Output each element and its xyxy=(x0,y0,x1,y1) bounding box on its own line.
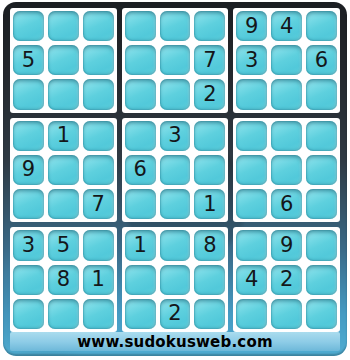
footer-url[interactable]: www.sudokusweb.com xyxy=(77,333,272,351)
cell-r4c5[interactable]: 3 xyxy=(160,121,191,151)
cell-r7c1[interactable]: 3 xyxy=(13,230,44,260)
cell-r1c2[interactable] xyxy=(48,11,79,41)
cell-value: 7 xyxy=(203,50,216,71)
box-r2c1: 197 xyxy=(10,118,117,223)
cell-r7c6[interactable]: 8 xyxy=(194,230,225,260)
cell-r6c6[interactable]: 1 xyxy=(194,189,225,219)
cell-r6c7[interactable] xyxy=(236,189,267,219)
cell-r6c4[interactable] xyxy=(125,189,156,219)
cell-r4c1[interactable] xyxy=(13,121,44,151)
cell-r2c2[interactable] xyxy=(48,45,79,75)
cell-r7c2[interactable]: 5 xyxy=(48,230,79,260)
cell-value: 7 xyxy=(92,194,105,215)
cell-value: 2 xyxy=(168,303,181,324)
cell-r5c7[interactable] xyxy=(236,155,267,185)
cell-r3c7[interactable] xyxy=(236,79,267,109)
box-r2c3: 6 xyxy=(233,118,340,223)
cell-value: 8 xyxy=(57,269,70,290)
footer-bar: www.sudokusweb.com xyxy=(10,332,340,351)
sudoku-board: 572943619736163581182942 xyxy=(10,8,340,332)
cell-value: 9 xyxy=(245,16,258,37)
box-r3c2: 182 xyxy=(122,227,229,332)
cell-r9c7[interactable] xyxy=(236,299,267,329)
cell-r3c6[interactable]: 2 xyxy=(194,79,225,109)
cell-r1c4[interactable] xyxy=(125,11,156,41)
cell-value: 1 xyxy=(133,235,146,256)
cell-value: 3 xyxy=(245,50,258,71)
sudoku-frame: 572943619736163581182942 www.sudokusweb.… xyxy=(3,2,347,356)
cell-r9c9[interactable] xyxy=(306,299,337,329)
cell-r8c3[interactable]: 1 xyxy=(83,265,114,295)
cell-r1c7[interactable]: 9 xyxy=(236,11,267,41)
cell-r5c1[interactable]: 9 xyxy=(13,155,44,185)
cell-r6c5[interactable] xyxy=(160,189,191,219)
cell-r2c1[interactable]: 5 xyxy=(13,45,44,75)
cell-r5c8[interactable] xyxy=(271,155,302,185)
box-r1c1: 5 xyxy=(10,8,117,113)
cell-r3c9[interactable] xyxy=(306,79,337,109)
cell-r1c9[interactable] xyxy=(306,11,337,41)
box-r3c1: 3581 xyxy=(10,227,117,332)
cell-r4c2[interactable]: 1 xyxy=(48,121,79,151)
cell-r4c9[interactable] xyxy=(306,121,337,151)
cell-r4c4[interactable] xyxy=(125,121,156,151)
cell-r8c9[interactable] xyxy=(306,265,337,295)
cell-r1c5[interactable] xyxy=(160,11,191,41)
cell-r3c2[interactable] xyxy=(48,79,79,109)
cell-r9c8[interactable] xyxy=(271,299,302,329)
cell-r9c6[interactable] xyxy=(194,299,225,329)
cell-r9c1[interactable] xyxy=(13,299,44,329)
cell-r6c3[interactable]: 7 xyxy=(83,189,114,219)
cell-r5c6[interactable] xyxy=(194,155,225,185)
cell-r6c9[interactable] xyxy=(306,189,337,219)
cell-r3c3[interactable] xyxy=(83,79,114,109)
cell-r8c1[interactable] xyxy=(13,265,44,295)
cell-r2c5[interactable] xyxy=(160,45,191,75)
cell-r2c8[interactable] xyxy=(271,45,302,75)
cell-r5c9[interactable] xyxy=(306,155,337,185)
cell-r6c2[interactable] xyxy=(48,189,79,219)
cell-r7c9[interactable] xyxy=(306,230,337,260)
cell-r2c7[interactable]: 3 xyxy=(236,45,267,75)
cell-r7c3[interactable] xyxy=(83,230,114,260)
cell-r1c8[interactable]: 4 xyxy=(271,11,302,41)
cell-r4c6[interactable] xyxy=(194,121,225,151)
cell-value: 2 xyxy=(280,269,293,290)
cell-r7c4[interactable]: 1 xyxy=(125,230,156,260)
cell-value: 1 xyxy=(92,269,105,290)
box-r1c3: 9436 xyxy=(233,8,340,113)
cell-value: 9 xyxy=(22,159,35,180)
cell-value: 5 xyxy=(22,50,35,71)
cell-r2c6[interactable]: 7 xyxy=(194,45,225,75)
cell-value: 6 xyxy=(315,50,328,71)
cell-r5c3[interactable] xyxy=(83,155,114,185)
cell-value: 1 xyxy=(57,125,70,146)
cell-r5c2[interactable] xyxy=(48,155,79,185)
box-r2c2: 361 xyxy=(122,118,229,223)
cell-r2c9[interactable]: 6 xyxy=(306,45,337,75)
cell-value: 3 xyxy=(168,125,181,146)
cell-r8c4[interactable] xyxy=(125,265,156,295)
cell-r9c5[interactable]: 2 xyxy=(160,299,191,329)
cell-r2c3[interactable] xyxy=(83,45,114,75)
cell-value: 8 xyxy=(203,235,216,256)
cell-r1c6[interactable] xyxy=(194,11,225,41)
cell-r7c5[interactable] xyxy=(160,230,191,260)
cell-r4c7[interactable] xyxy=(236,121,267,151)
cell-value: 1 xyxy=(203,194,216,215)
cell-r9c3[interactable] xyxy=(83,299,114,329)
cell-r9c2[interactable] xyxy=(48,299,79,329)
cell-r1c1[interactable] xyxy=(13,11,44,41)
cell-value: 5 xyxy=(57,235,70,256)
cell-r3c1[interactable] xyxy=(13,79,44,109)
cell-r6c8[interactable]: 6 xyxy=(271,189,302,219)
cell-value: 9 xyxy=(280,235,293,256)
cell-r8c2[interactable]: 8 xyxy=(48,265,79,295)
cell-r2c4[interactable] xyxy=(125,45,156,75)
cell-value: 2 xyxy=(203,84,216,105)
cell-r4c8[interactable] xyxy=(271,121,302,151)
cell-r3c4[interactable] xyxy=(125,79,156,109)
cell-r3c8[interactable] xyxy=(271,79,302,109)
cell-r4c3[interactable] xyxy=(83,121,114,151)
cell-value: 6 xyxy=(133,159,146,180)
cell-value: 4 xyxy=(245,269,258,290)
cell-value: 4 xyxy=(280,16,293,37)
cell-r7c7[interactable] xyxy=(236,230,267,260)
cell-r7c8[interactable]: 9 xyxy=(271,230,302,260)
box-r3c3: 942 xyxy=(233,227,340,332)
cell-r5c4[interactable]: 6 xyxy=(125,155,156,185)
cell-r5c5[interactable] xyxy=(160,155,191,185)
cell-value: 3 xyxy=(22,235,35,256)
cell-r8c5[interactable] xyxy=(160,265,191,295)
cell-r1c3[interactable] xyxy=(83,11,114,41)
cell-r3c5[interactable] xyxy=(160,79,191,109)
cell-r8c6[interactable] xyxy=(194,265,225,295)
cell-r8c7[interactable]: 4 xyxy=(236,265,267,295)
cell-r8c8[interactable]: 2 xyxy=(271,265,302,295)
cell-r6c1[interactable] xyxy=(13,189,44,219)
box-r1c2: 72 xyxy=(122,8,229,113)
cell-r9c4[interactable] xyxy=(125,299,156,329)
cell-value: 6 xyxy=(280,194,293,215)
